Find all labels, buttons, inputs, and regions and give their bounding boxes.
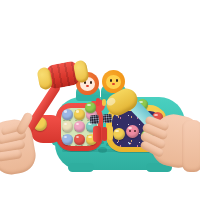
score-display-left <box>90 115 100 125</box>
board-edge-lobe <box>68 163 94 172</box>
lion-nose <box>112 83 115 86</box>
lion-face <box>106 75 121 89</box>
right-arena-ball-yellow[interactable] <box>113 128 125 140</box>
lion-nose <box>86 85 89 88</box>
mole-ball-r2c0[interactable] <box>62 134 73 145</box>
right-hand-wrist <box>182 120 200 172</box>
console-lever-red-2[interactable] <box>102 127 107 141</box>
score-display-right <box>103 114 113 124</box>
paw-print-embossing <box>98 147 107 153</box>
mole-ball-r1c1[interactable] <box>74 121 85 132</box>
right-arena-ball-pink-face[interactable] <box>126 125 139 138</box>
console-peg-red[interactable] <box>96 98 100 106</box>
mole-ball-r0c1[interactable] <box>74 109 85 120</box>
mole-ball-r2c1[interactable] <box>74 134 85 145</box>
mole-ball-r0c0[interactable] <box>62 109 73 120</box>
star-icon: ✦ <box>128 141 131 146</box>
console-lever-red[interactable] <box>93 126 101 142</box>
lion-eyes <box>110 79 112 82</box>
mole-ball-r1c0[interactable] <box>62 121 73 132</box>
corner-ball[interactable] <box>85 102 96 113</box>
product-photo-whack-a-mole: ✦ ✦ ✦ <box>0 0 200 200</box>
